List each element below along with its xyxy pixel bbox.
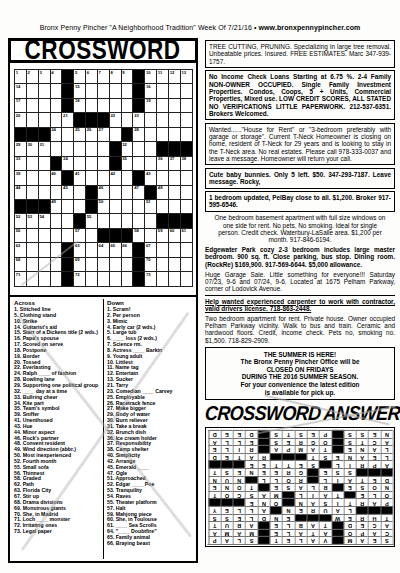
grid-cell[interactable]: [62, 214, 74, 228]
answer-letter-cell: T: [343, 498, 355, 506]
grid-cell[interactable]: [98, 99, 110, 113]
grid-cell[interactable]: [181, 128, 193, 142]
grid-cell[interactable]: [98, 142, 110, 156]
grid-cell[interactable]: 23: [133, 113, 145, 127]
answer-letter-cell: T: [318, 445, 330, 453]
ad-income-check-loans: No Income Check Loans Starting at 6.75 %…: [205, 70, 395, 120]
answer-letter-cell: O: [281, 475, 293, 483]
grid-cell[interactable]: [122, 171, 134, 185]
grid-cell[interactable]: 42: [110, 171, 122, 185]
answer-letter-cell: M: [269, 490, 281, 498]
grid-cell[interactable]: [74, 142, 86, 156]
grid-cell[interactable]: [169, 113, 181, 127]
cell-number: 41: [75, 171, 80, 176]
grid-cell[interactable]: [62, 200, 74, 214]
grid-cell[interactable]: [133, 200, 145, 214]
grid-cell[interactable]: [86, 171, 98, 185]
answer-letter-cell: S: [208, 513, 220, 521]
grid-cell[interactable]: [39, 171, 51, 185]
answer-letter-cell: E: [269, 467, 281, 475]
answer-letter-cell: A: [318, 528, 330, 536]
cell-number: 38: [182, 156, 187, 161]
ad-tree-cutting: TREE CUTTING, PRUNING. Specializing in l…: [205, 40, 395, 68]
grid-cell[interactable]: [169, 186, 181, 200]
answer-letter-cell: R: [294, 437, 306, 445]
grid-cell[interactable]: [27, 113, 39, 127]
grid-cell[interactable]: [39, 186, 51, 200]
answer-letter-cell: E: [367, 536, 379, 544]
cell-number: 21: [63, 113, 68, 118]
grid-cell[interactable]: [169, 258, 181, 272]
grid-cell[interactable]: [51, 272, 63, 286]
cell-number: 16: [146, 84, 151, 89]
grid-cell[interactable]: 31: [39, 142, 51, 156]
grid-cell[interactable]: [27, 243, 39, 257]
answer-letter-cell: A: [318, 490, 330, 498]
answer-black-cell: [232, 498, 244, 506]
grid-cell[interactable]: 54: [39, 214, 51, 228]
grid-cell[interactable]: 20: [15, 113, 27, 127]
black-cell: [133, 258, 145, 272]
grid-cell[interactable]: [181, 200, 193, 214]
answers-title: CROSSWORDANSWERS: [204, 402, 396, 426]
grid-cell[interactable]: [169, 128, 181, 142]
answer-letter-cell: U: [220, 475, 232, 483]
grid-cell[interactable]: 5: [74, 70, 86, 84]
grid-cell[interactable]: [51, 186, 63, 200]
grid-cell[interactable]: [122, 272, 134, 286]
answer-black-cell: [232, 460, 244, 468]
grid-cell[interactable]: [98, 157, 110, 171]
grid-cell[interactable]: 27: [98, 128, 110, 142]
answer-letter-cell: T: [269, 536, 281, 544]
grid-cell[interactable]: 19: [145, 99, 157, 113]
grid-cell[interactable]: [86, 99, 98, 113]
grid-cell[interactable]: [157, 200, 169, 214]
grid-cell[interactable]: [145, 142, 157, 156]
answer-letter-cell: S: [355, 483, 367, 491]
answer-letter-cell: A: [306, 536, 318, 544]
cell-number: 48: [158, 185, 163, 190]
grid-cell[interactable]: 17: [15, 99, 27, 113]
grid-cell[interactable]: [133, 214, 145, 228]
grid-cell[interactable]: [181, 243, 193, 257]
grid-cell[interactable]: [39, 113, 51, 127]
answer-letter-cell: T: [306, 452, 318, 460]
grid-cell[interactable]: [110, 214, 122, 228]
answer-letter-cell: L: [331, 460, 343, 468]
grid-cell[interactable]: [122, 99, 134, 113]
answer-letter-cell: E: [343, 483, 355, 491]
answer-letter-cell: U: [220, 521, 232, 529]
answer-black-cell: [269, 452, 281, 460]
grid-cell[interactable]: 40: [51, 171, 63, 185]
answer-letter-cell: A: [294, 528, 306, 536]
answer-black-cell: [331, 483, 343, 491]
grid-cell[interactable]: [62, 128, 74, 142]
grid-cell[interactable]: [39, 243, 51, 257]
grid-cell[interactable]: [110, 84, 122, 98]
grid-cell[interactable]: [98, 272, 110, 286]
grid-cell[interactable]: [27, 99, 39, 113]
answer-letter-cell: E: [220, 430, 232, 438]
grid-cell[interactable]: 72: [74, 272, 86, 286]
grid-cell[interactable]: 56: [15, 229, 27, 243]
answer-letter-cell: N: [294, 498, 306, 506]
answer-letter-cell: T: [331, 490, 343, 498]
ad-garage-sale: Huge Garage Sale. Little something for e…: [205, 271, 395, 293]
grid-cell[interactable]: [86, 243, 98, 257]
grid-cell[interactable]: 1: [15, 70, 27, 84]
grid-cell[interactable]: 63: [74, 243, 86, 257]
grid-cell[interactable]: 55: [86, 214, 98, 228]
answer-letter-cell: S: [244, 490, 256, 498]
grid-cell[interactable]: [169, 84, 181, 98]
grid-cell[interactable]: [27, 157, 39, 171]
black-cell: [62, 171, 74, 185]
answer-black-cell: [318, 513, 330, 521]
answer-letter-cell: E: [232, 467, 244, 475]
answer-letter-cell: S: [244, 536, 256, 544]
cell-number: 36: [158, 156, 163, 161]
grid-cell[interactable]: 13: [181, 70, 193, 84]
answer-black-cell: [244, 475, 256, 483]
answer-letter-cell: T: [208, 467, 220, 475]
grid-cell[interactable]: [181, 84, 193, 98]
answer-letter-cell: L: [367, 490, 379, 498]
grid-cell[interactable]: 2: [27, 70, 39, 84]
cell-number: 56: [16, 228, 21, 233]
answer-letter-cell: O: [343, 528, 355, 536]
puzzle-grid-box: 1234567891011121314151617181920212223242…: [8, 63, 198, 297]
answer-black-cell: [208, 498, 220, 506]
answer-letter-cell: E: [306, 430, 318, 438]
grid-cell[interactable]: [110, 258, 122, 272]
grid-cell[interactable]: [169, 99, 181, 113]
answer-letter-cell: T: [355, 475, 367, 483]
grid-cell[interactable]: [133, 142, 145, 156]
grid-cell[interactable]: 29: [15, 142, 27, 156]
black-cell: [62, 99, 74, 113]
grid-cell[interactable]: [157, 113, 169, 127]
grid-cell[interactable]: [110, 200, 122, 214]
grid-cell[interactable]: 53: [27, 214, 39, 228]
notice-line: The Bronx Penny Pincher Office will be: [208, 358, 392, 366]
grid-cell[interactable]: 61: [181, 229, 193, 243]
grid-cell[interactable]: [74, 200, 86, 214]
answer-black-cell: [380, 505, 392, 513]
grid-cell[interactable]: 25: [74, 128, 86, 142]
grid-cell[interactable]: 50: [98, 200, 110, 214]
black-cell: [51, 157, 63, 171]
grid-cell[interactable]: 60: [169, 229, 181, 243]
answer-letter-cell: L: [380, 452, 392, 460]
grid-cell[interactable]: [181, 186, 193, 200]
black-cell: [39, 200, 51, 214]
answer-letter-cell: L: [220, 445, 232, 453]
grid-cell[interactable]: [51, 99, 63, 113]
grid-cell[interactable]: 58: [133, 229, 145, 243]
page-header: Bronx Penny Pincher "A Neighborhood Trad…: [0, 24, 400, 31]
answer-letter-cell: D: [244, 430, 256, 438]
grid-cell[interactable]: 59: [157, 229, 169, 243]
grid-cell[interactable]: [145, 229, 157, 243]
grid-cell[interactable]: 64: [98, 243, 110, 257]
grid-cell[interactable]: 39: [15, 171, 27, 185]
grid-cell[interactable]: [169, 272, 181, 286]
answer-letter-cell: S: [294, 430, 306, 438]
grid-cell[interactable]: [122, 200, 134, 214]
answer-letter-cell: E: [355, 490, 367, 498]
grid-cell[interactable]: 41: [74, 171, 86, 185]
grid-cell[interactable]: [122, 84, 134, 98]
grid-cell[interactable]: [98, 214, 110, 228]
grid-cell[interactable]: 28: [133, 128, 145, 142]
grid-cell[interactable]: [133, 157, 145, 171]
grid-cell[interactable]: [27, 84, 39, 98]
answer-letter-cell: O: [318, 437, 330, 445]
grid-cell[interactable]: 32: [122, 142, 134, 156]
grid-cell[interactable]: [157, 258, 169, 272]
answer-letter-cell: M: [294, 445, 306, 453]
cell-number: 64: [99, 243, 104, 248]
grid-cell[interactable]: [39, 99, 51, 113]
grid-cell[interactable]: [145, 128, 157, 142]
ad-wanted-house-for-rent: Wanted......"House for Rent" or "3-bedro…: [205, 123, 395, 165]
grid-cell[interactable]: [27, 258, 39, 272]
grid-cell[interactable]: 68: [15, 258, 27, 272]
grid-cell[interactable]: [110, 99, 122, 113]
grid-cell[interactable]: 66: [122, 243, 134, 257]
grid-cell[interactable]: [86, 84, 98, 98]
grid-cell[interactable]: [157, 243, 169, 257]
grid-cell[interactable]: [62, 142, 74, 156]
answer-letter-cell: L: [232, 536, 244, 544]
black-cell: [62, 272, 74, 286]
grid-cell[interactable]: 67: [145, 243, 157, 257]
grid-cell[interactable]: [98, 84, 110, 98]
grid-cell[interactable]: 7: [98, 70, 110, 84]
answer-black-cell: [281, 490, 293, 498]
grid-cell[interactable]: [181, 99, 193, 113]
grid-cell[interactable]: [110, 272, 122, 286]
grid-cell[interactable]: [74, 186, 86, 200]
cell-number: 22: [110, 113, 115, 118]
grid-cell[interactable]: 46: [98, 186, 110, 200]
grid-cell[interactable]: 73: [145, 272, 157, 286]
answer-letter-cell: N: [343, 452, 355, 460]
grid-cell[interactable]: [27, 186, 39, 200]
answers-grid: SEAMVALETSLAPCAPOATALEMAMAACEDTABLEABUTT…: [208, 430, 394, 545]
grid-cell[interactable]: 51: [145, 200, 157, 214]
grid-cell[interactable]: [27, 171, 39, 185]
grid-cell[interactable]: [51, 113, 63, 127]
grid-cell[interactable]: 49: [51, 200, 63, 214]
grid-cell[interactable]: [39, 157, 51, 171]
answer-letter-cell: E: [232, 430, 244, 438]
grid-cell[interactable]: [157, 84, 169, 98]
grid-cell[interactable]: [122, 214, 134, 228]
answer-black-cell: [380, 467, 392, 475]
grid-cell[interactable]: [86, 272, 98, 286]
grid-cell[interactable]: 47: [133, 186, 145, 200]
answer-letter-cell: A: [331, 505, 343, 513]
classifieds: TREE CUTTING, PRUNING. Specializing in l…: [205, 40, 395, 403]
grid-cell[interactable]: [86, 157, 98, 171]
grid-cell[interactable]: [181, 258, 193, 272]
grid-cell[interactable]: 52: [15, 214, 27, 228]
grid-cell[interactable]: [181, 113, 193, 127]
answer-letter-cell: E: [294, 505, 306, 513]
grid-cell[interactable]: [62, 229, 74, 243]
cell-number: 19: [146, 98, 151, 103]
cell-number: 10: [146, 70, 151, 75]
across-heading: Across: [14, 299, 100, 306]
answer-letter-cell: P: [380, 498, 392, 506]
grid-cell[interactable]: [27, 229, 39, 243]
answer-letter-cell: N: [355, 445, 367, 453]
grid-cell[interactable]: [39, 84, 51, 98]
black-cell: [169, 214, 181, 228]
grid-cell[interactable]: 10: [145, 70, 157, 84]
grid-cell[interactable]: 43: [145, 171, 157, 185]
grid-cell[interactable]: [74, 157, 86, 171]
black-cell: [169, 142, 181, 156]
grid-cell[interactable]: 9: [122, 70, 134, 84]
notice-line: For your convenience the latest edition: [208, 381, 392, 389]
answer-letter-cell: M: [220, 528, 232, 536]
grid-cell[interactable]: [169, 200, 181, 214]
black-cell: [86, 186, 98, 200]
answer-letter-cell: N: [244, 467, 256, 475]
notice-line: CLOSED ON FRIDAYS: [208, 366, 392, 374]
answer-letter-cell: L: [380, 445, 392, 453]
grid-cell[interactable]: [122, 113, 134, 127]
grid-cell[interactable]: [122, 258, 134, 272]
crossword-title: CROSSWORD: [25, 38, 181, 63]
grid-cell[interactable]: 36: [157, 157, 169, 171]
answer-letter-cell: E: [367, 475, 379, 483]
grid-cell[interactable]: [157, 272, 169, 286]
grid-cell[interactable]: 48: [157, 186, 169, 200]
grid-cell[interactable]: [145, 113, 157, 127]
answer-letter-cell: D: [208, 430, 220, 438]
answer-letter-cell: E: [220, 505, 232, 513]
grid-cell[interactable]: [39, 229, 51, 243]
grid-cell[interactable]: [86, 142, 98, 156]
ad-edgewater-park: Edgewater Park cozy 2-3 bedroom includes…: [205, 246, 395, 268]
grid-cell[interactable]: 18: [74, 99, 86, 113]
grid-cell[interactable]: [122, 186, 134, 200]
cell-number: 42: [110, 171, 115, 176]
grid-cell[interactable]: 8: [110, 70, 122, 84]
grid-cell[interactable]: 37: [169, 157, 181, 171]
cell-number: 49: [51, 199, 56, 204]
notice-line: THE SUMMER IS HERE!: [208, 351, 392, 359]
grid-cell[interactable]: [51, 229, 63, 243]
grid-cell[interactable]: [181, 272, 193, 286]
grid-cell[interactable]: [145, 214, 157, 228]
grid-cell[interactable]: 70: [145, 258, 157, 272]
grid-cell[interactable]: 35: [122, 157, 134, 171]
answer-letter-cell: E: [244, 460, 256, 468]
answer-black-cell: [306, 513, 318, 521]
grid-cell[interactable]: 14: [15, 84, 27, 98]
grid-cell[interactable]: 11: [157, 70, 169, 84]
grid-cell[interactable]: 21: [62, 113, 74, 127]
answer-letter-cell: E: [331, 452, 343, 460]
grid-cell[interactable]: 22: [110, 113, 122, 127]
answer-letter-cell: E: [318, 467, 330, 475]
grid-cell[interactable]: 24: [51, 128, 63, 142]
grid-cell[interactable]: [157, 128, 169, 142]
grid-cell[interactable]: [145, 157, 157, 171]
grid-cell[interactable]: [86, 258, 98, 272]
grid-cell[interactable]: [98, 258, 110, 272]
cell-number: 28: [134, 127, 139, 132]
grid-cell[interactable]: [157, 171, 169, 185]
grid-cell[interactable]: 16: [145, 84, 157, 98]
black-cell: [62, 70, 74, 84]
answer-letter-cell: S: [306, 460, 318, 468]
grid-cell[interactable]: 38: [181, 157, 193, 171]
black-cell: [39, 128, 51, 142]
answer-black-cell: [367, 467, 379, 475]
grid-cell[interactable]: 62: [15, 243, 27, 257]
grid-cell[interactable]: 15: [74, 84, 86, 98]
grid-cell[interactable]: [110, 186, 122, 200]
grid-cell[interactable]: 65: [110, 243, 122, 257]
black-cell: [157, 142, 169, 156]
cell-number: 57: [75, 228, 80, 233]
grid-cell[interactable]: [169, 171, 181, 185]
grid-cell[interactable]: 6: [86, 70, 98, 84]
grid-cell[interactable]: 26: [86, 128, 98, 142]
grid-cell[interactable]: 30: [27, 142, 39, 156]
black-cell: [74, 113, 86, 127]
cell-number: 67: [146, 243, 151, 248]
grid-cell[interactable]: 33: [15, 157, 27, 171]
cell-number: 43: [146, 171, 151, 176]
grid-cell[interactable]: [51, 142, 63, 156]
black-cell: [133, 99, 145, 113]
grid-cell[interactable]: 44: [15, 186, 27, 200]
grid-cell[interactable]: [157, 99, 169, 113]
answer-letter-cell: T: [281, 460, 293, 468]
grid-cell[interactable]: [51, 214, 63, 228]
grid-cell[interactable]: 12: [169, 70, 181, 84]
grid-cell[interactable]: 3: [39, 70, 51, 84]
black-cell: [181, 214, 193, 228]
answer-letter-cell: D: [343, 521, 355, 529]
header-text: Bronx Penny Pincher "A Neighborhood Trad…: [40, 24, 259, 31]
grid-cell[interactable]: [98, 171, 110, 185]
grid-cell[interactable]: 45: [62, 186, 74, 200]
grid-cell[interactable]: [39, 272, 51, 286]
grid-cell[interactable]: 34: [62, 157, 74, 171]
grid-cell[interactable]: [86, 229, 98, 243]
answer-letter-cell: E: [220, 452, 232, 460]
grid-cell[interactable]: [51, 84, 63, 98]
grid-cell[interactable]: 69: [74, 258, 86, 272]
answer-letter-cell: L: [294, 536, 306, 544]
grid-cell[interactable]: 4: [51, 70, 63, 84]
grid-cell[interactable]: [110, 128, 122, 142]
grid-cell[interactable]: [181, 171, 193, 185]
answer-letter-cell: A: [380, 437, 392, 445]
grid-cell[interactable]: [169, 243, 181, 257]
answer-letter-cell: S: [355, 430, 367, 438]
